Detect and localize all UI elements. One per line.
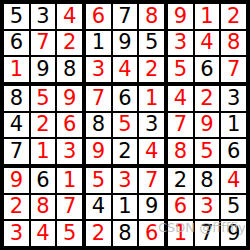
sudoku-cell-r4c8[interactable]: 2 <box>195 86 220 111</box>
sudoku-cell-r9c3[interactable]: 5 <box>57 221 82 246</box>
sudoku-cell-r4c3[interactable]: 9 <box>57 86 82 111</box>
sudoku-cell-r6c1[interactable]: 7 <box>4 139 29 164</box>
sudoku-cell-r4c5[interactable]: 6 <box>113 86 138 111</box>
sudoku-cell-r5c8[interactable]: 9 <box>195 113 220 138</box>
sudoku-cell-r6c7[interactable]: 8 <box>168 139 193 164</box>
sudoku-cell-r2c3[interactable]: 2 <box>57 31 82 56</box>
sudoku-cell-r8c7[interactable]: 6 <box>168 195 193 220</box>
sudoku-cell-r9c7[interactable]: 1 <box>168 221 193 246</box>
sudoku-cell-r5c4[interactable]: 8 <box>86 113 111 138</box>
sudoku-cell-r2c6[interactable]: 5 <box>139 31 164 56</box>
sudoku-cell-r8c1[interactable]: 2 <box>4 195 29 220</box>
sudoku-cell-r2c2[interactable]: 7 <box>31 31 56 56</box>
sudoku-cell-r9c1[interactable]: 3 <box>4 221 29 246</box>
sudoku-box-9: 284635179 <box>168 168 246 246</box>
sudoku-cell-r7c5[interactable]: 3 <box>113 168 138 193</box>
sudoku-cell-r8c3[interactable]: 7 <box>57 195 82 220</box>
sudoku-cell-r3c1[interactable]: 1 <box>4 57 29 82</box>
sudoku-cell-r8c6[interactable]: 9 <box>139 195 164 220</box>
sudoku-cell-r2c5[interactable]: 9 <box>113 31 138 56</box>
sudoku-cell-r1c8[interactable]: 1 <box>195 4 220 29</box>
sudoku-cell-r1c9[interactable]: 2 <box>221 4 246 29</box>
sudoku-cell-r3c3[interactable]: 8 <box>57 57 82 82</box>
sudoku-cell-r6c2[interactable]: 1 <box>31 139 56 164</box>
sudoku-cell-r5c6[interactable]: 3 <box>139 113 164 138</box>
sudoku-cell-r9c4[interactable]: 2 <box>86 221 111 246</box>
sudoku-box-3: 912348567 <box>168 4 246 82</box>
sudoku-cell-r8c8[interactable]: 3 <box>195 195 220 220</box>
sudoku-cell-r3c2[interactable]: 9 <box>31 57 56 82</box>
sudoku-cell-r7c7[interactable]: 2 <box>168 168 193 193</box>
sudoku-cell-r6c6[interactable]: 4 <box>139 139 164 164</box>
sudoku-cell-r5c2[interactable]: 2 <box>31 113 56 138</box>
sudoku-cell-r3c8[interactable]: 6 <box>195 57 220 82</box>
sudoku-cell-r7c8[interactable]: 8 <box>195 168 220 193</box>
sudoku-cell-r5c1[interactable]: 4 <box>4 113 29 138</box>
sudoku-cell-r5c9[interactable]: 1 <box>221 113 246 138</box>
sudoku-cell-r1c3[interactable]: 4 <box>57 4 82 29</box>
sudoku-box-7: 961287345 <box>4 168 82 246</box>
sudoku-cell-r8c5[interactable]: 1 <box>113 195 138 220</box>
sudoku-cell-r3c9[interactable]: 7 <box>221 57 246 82</box>
sudoku-cell-r4c4[interactable]: 7 <box>86 86 111 111</box>
sudoku-cell-r2c4[interactable]: 1 <box>86 31 111 56</box>
sudoku-cell-r8c4[interactable]: 4 <box>86 195 111 220</box>
sudoku-cell-r1c2[interactable]: 3 <box>31 4 56 29</box>
sudoku-cell-r5c7[interactable]: 7 <box>168 113 193 138</box>
sudoku-cell-r1c5[interactable]: 7 <box>113 4 138 29</box>
sudoku-cell-r8c2[interactable]: 8 <box>31 195 56 220</box>
sudoku-cell-r1c7[interactable]: 9 <box>168 4 193 29</box>
sudoku-box-1: 534672198 <box>4 4 82 82</box>
sudoku-cell-r3c5[interactable]: 4 <box>113 57 138 82</box>
sudoku-box-2: 678195342 <box>86 4 164 82</box>
sudoku-cell-r1c1[interactable]: 5 <box>4 4 29 29</box>
sudoku-cell-r2c7[interactable]: 3 <box>168 31 193 56</box>
sudoku-box-6: 423791856 <box>168 86 246 164</box>
sudoku-cell-r6c8[interactable]: 5 <box>195 139 220 164</box>
sudoku-cell-r9c9[interactable]: 9 <box>221 221 246 246</box>
sudoku-cell-r7c4[interactable]: 5 <box>86 168 111 193</box>
sudoku-cell-r7c9[interactable]: 4 <box>221 168 246 193</box>
sudoku-cell-r2c8[interactable]: 4 <box>195 31 220 56</box>
sudoku-box-4: 859426713 <box>4 86 82 164</box>
sudoku-board: 5346721986781953429123485678594267137618… <box>0 0 250 250</box>
sudoku-cell-r4c1[interactable]: 8 <box>4 86 29 111</box>
sudoku-cell-r3c4[interactable]: 3 <box>86 57 111 82</box>
sudoku-cell-r4c2[interactable]: 5 <box>31 86 56 111</box>
sudoku-cell-r6c5[interactable]: 2 <box>113 139 138 164</box>
sudoku-box-8: 537419286 <box>86 168 164 246</box>
sudoku-cell-r2c9[interactable]: 8 <box>221 31 246 56</box>
sudoku-cell-r6c3[interactable]: 3 <box>57 139 82 164</box>
sudoku-cell-r7c1[interactable]: 9 <box>4 168 29 193</box>
sudoku-cell-r3c7[interactable]: 5 <box>168 57 193 82</box>
sudoku-cell-r2c1[interactable]: 6 <box>4 31 29 56</box>
sudoku-cell-r4c6[interactable]: 1 <box>139 86 164 111</box>
sudoku-cell-r7c2[interactable]: 6 <box>31 168 56 193</box>
sudoku-cell-r9c6[interactable]: 6 <box>139 221 164 246</box>
sudoku-cell-r4c9[interactable]: 3 <box>221 86 246 111</box>
sudoku-cell-r9c5[interactable]: 8 <box>113 221 138 246</box>
sudoku-cell-r6c4[interactable]: 9 <box>86 139 111 164</box>
sudoku-cell-r8c9[interactable]: 5 <box>221 195 246 220</box>
sudoku-cell-r1c4[interactable]: 6 <box>86 4 111 29</box>
sudoku-cell-r7c6[interactable]: 7 <box>139 168 164 193</box>
sudoku-cell-r4c7[interactable]: 4 <box>168 86 193 111</box>
sudoku-cell-r3c6[interactable]: 2 <box>139 57 164 82</box>
sudoku-cell-r7c3[interactable]: 1 <box>57 168 82 193</box>
sudoku-image: 5346721986781953429123485678594267137618… <box>0 0 250 250</box>
sudoku-cell-r9c8[interactable]: 7 <box>195 221 220 246</box>
sudoku-cell-r1c6[interactable]: 8 <box>139 4 164 29</box>
sudoku-cell-r5c5[interactable]: 5 <box>113 113 138 138</box>
sudoku-box-5: 761853924 <box>86 86 164 164</box>
sudoku-cell-r9c2[interactable]: 4 <box>31 221 56 246</box>
sudoku-cell-r6c9[interactable]: 6 <box>221 139 246 164</box>
sudoku-cell-r5c3[interactable]: 6 <box>57 113 82 138</box>
